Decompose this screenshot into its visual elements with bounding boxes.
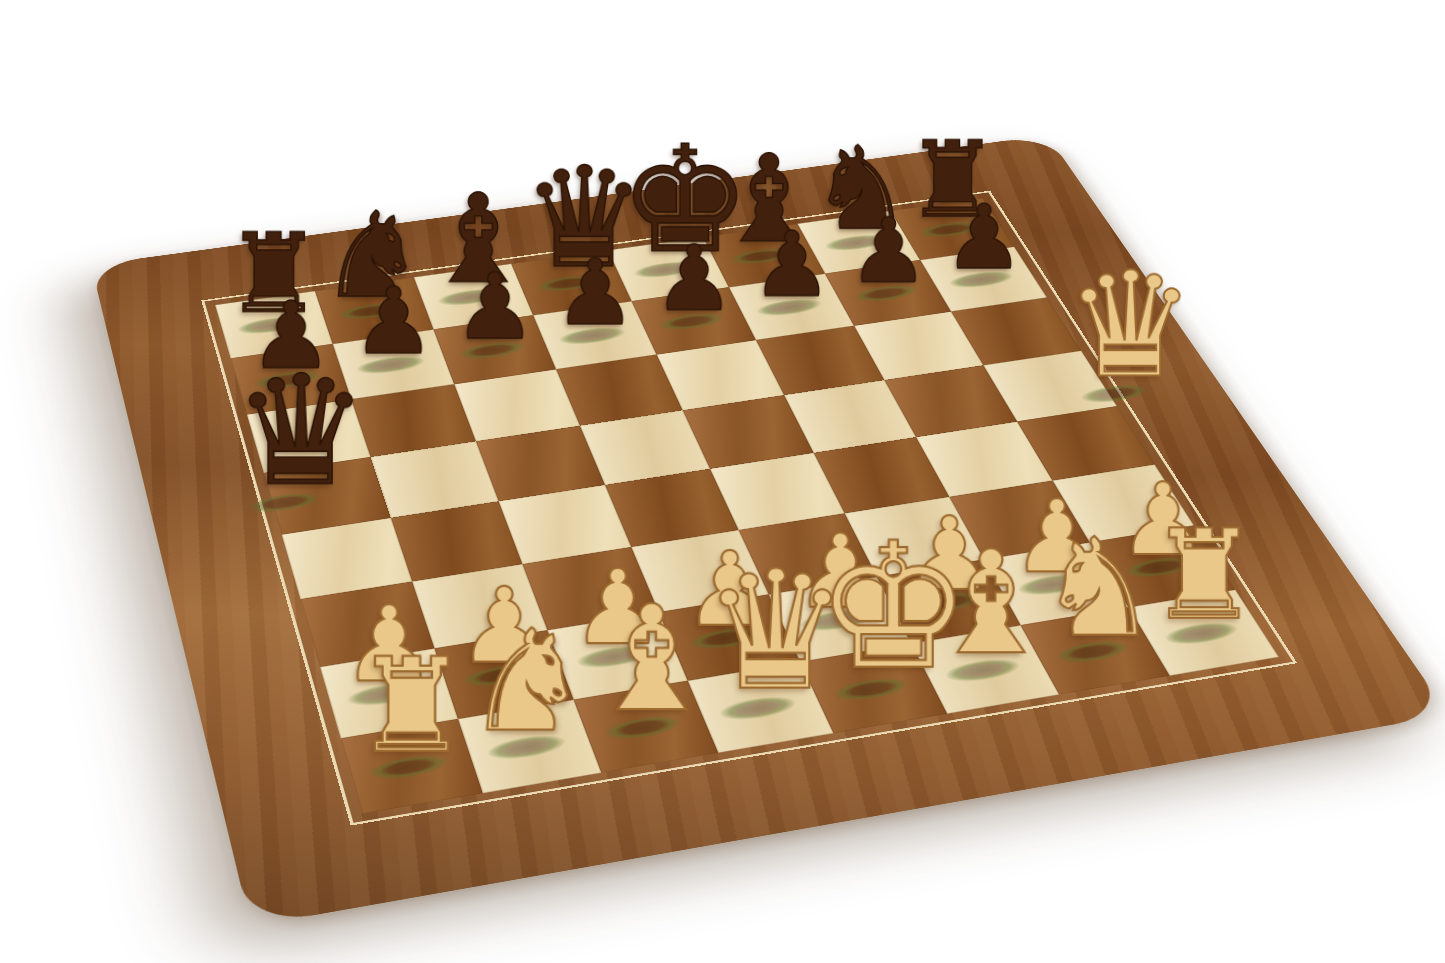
black-pawn-g7[interactable]: ♟ [838,209,939,294]
square-b1[interactable]: ♞ [458,700,601,793]
square-a1[interactable]: ♜ [341,719,483,814]
white-rook-a1[interactable]: ♜ [351,644,472,767]
black-pawn-c7[interactable]: ♟ [443,264,546,351]
white-rook-h1[interactable]: ♜ [1147,517,1262,634]
black-pawn-d7[interactable]: ♟ [544,250,646,336]
black-pawn-h7[interactable]: ♟ [934,196,1034,280]
product-photo-scene: ♜♞♝♛♚♝♞♜♟♟♟♟♟♟♟♟♛♛♟♟♟♟♟♟♟♟♜♞♝♛♚♝♞♜ [0,0,1445,963]
square-c1[interactable]: ♝ [574,681,719,773]
black-pawn-e7[interactable]: ♟ [643,236,745,322]
spare-black-queen-a5[interactable]: ♛ [233,359,343,503]
spare-white-queen-h5[interactable]: ♛ [1065,256,1170,394]
chess-board-frame: ♜♞♝♛♚♝♞♜♟♟♟♟♟♟♟♟♛♛♟♟♟♟♟♟♟♟♜♞♝♛♚♝♞♜ [91,135,1445,926]
white-bishop-c1[interactable]: ♝ [587,590,706,728]
white-knight-b1[interactable]: ♞ [470,615,590,748]
board-grid: ♜♞♝♛♚♝♞♜♟♟♟♟♟♟♟♟♛♛♟♟♟♟♟♟♟♟♜♞♝♛♚♝♞♜ [215,198,1279,814]
white-queen-d1[interactable]: ♛ [702,553,820,709]
black-pawn-f7[interactable]: ♟ [741,223,842,308]
white-knight-g1[interactable]: ♞ [1038,524,1154,652]
